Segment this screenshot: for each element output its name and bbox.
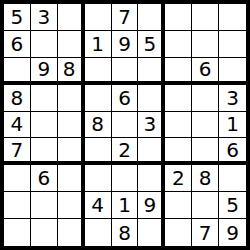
cell-r2c5: 9	[112, 31, 139, 58]
cell-r4c5: 6	[112, 85, 139, 112]
cell-r5c1: 4	[4, 112, 31, 139]
cell-r3c5[interactable]	[112, 58, 139, 85]
cell-r8c9: 5	[219, 192, 246, 219]
cell-r1c1: 5	[4, 4, 31, 31]
cell-r6c8[interactable]	[192, 138, 219, 165]
cell-r8c7[interactable]	[165, 192, 192, 219]
cell-r4c1: 8	[4, 85, 31, 112]
cell-r4c6[interactable]	[138, 85, 165, 112]
cell-r6c1: 7	[4, 138, 31, 165]
cell-r7c5[interactable]	[112, 165, 139, 192]
cell-r6c9: 6	[219, 138, 246, 165]
cell-r6c4[interactable]	[85, 138, 112, 165]
cell-r3c1[interactable]	[4, 58, 31, 85]
cell-r9c9: 9	[219, 219, 246, 246]
cell-r1c9[interactable]	[219, 4, 246, 31]
cell-r5c4: 8	[85, 112, 112, 139]
cell-r3c2: 9	[31, 58, 58, 85]
cell-r8c3[interactable]	[58, 192, 85, 219]
sudoku-board: 537619598686348317266284195879	[0, 0, 250, 250]
cell-r1c6[interactable]	[138, 4, 165, 31]
cell-r7c2: 6	[31, 165, 58, 192]
cell-r9c4[interactable]	[85, 219, 112, 246]
cell-r6c6[interactable]	[138, 138, 165, 165]
cell-r1c7[interactable]	[165, 4, 192, 31]
cell-r2c2[interactable]	[31, 31, 58, 58]
cell-r7c3[interactable]	[58, 165, 85, 192]
cell-r9c6[interactable]	[138, 219, 165, 246]
cell-r9c5: 8	[112, 219, 139, 246]
cell-r1c8[interactable]	[192, 4, 219, 31]
cell-r5c8[interactable]	[192, 112, 219, 139]
cell-r4c7[interactable]	[165, 85, 192, 112]
cell-r2c1: 6	[4, 31, 31, 58]
cell-r2c9[interactable]	[219, 31, 246, 58]
cell-r1c3[interactable]	[58, 4, 85, 31]
cell-r2c3[interactable]	[58, 31, 85, 58]
cell-r1c2: 3	[31, 4, 58, 31]
cell-r8c6: 9	[138, 192, 165, 219]
cell-r5c7[interactable]	[165, 112, 192, 139]
cell-r9c2[interactable]	[31, 219, 58, 246]
cell-r3c7[interactable]	[165, 58, 192, 85]
cell-r4c8[interactable]	[192, 85, 219, 112]
cell-r3c6[interactable]	[138, 58, 165, 85]
cell-r8c4: 4	[85, 192, 112, 219]
cell-r2c8[interactable]	[192, 31, 219, 58]
cell-r6c5: 2	[112, 138, 139, 165]
cell-r7c9[interactable]	[219, 165, 246, 192]
cell-r5c6: 3	[138, 112, 165, 139]
cell-r8c2[interactable]	[31, 192, 58, 219]
cell-r7c7: 2	[165, 165, 192, 192]
cell-r1c5: 7	[112, 4, 139, 31]
cell-r6c3[interactable]	[58, 138, 85, 165]
cell-r5c9: 1	[219, 112, 246, 139]
cell-r9c7[interactable]	[165, 219, 192, 246]
cell-r5c5[interactable]	[112, 112, 139, 139]
cell-r8c8[interactable]	[192, 192, 219, 219]
cell-r5c3[interactable]	[58, 112, 85, 139]
cell-r4c3[interactable]	[58, 85, 85, 112]
cell-r2c6: 5	[138, 31, 165, 58]
cell-r9c1[interactable]	[4, 219, 31, 246]
cell-r5c2[interactable]	[31, 112, 58, 139]
cell-r4c4[interactable]	[85, 85, 112, 112]
cell-r4c9: 3	[219, 85, 246, 112]
cell-r8c5: 1	[112, 192, 139, 219]
cell-r6c7[interactable]	[165, 138, 192, 165]
cell-r3c3: 8	[58, 58, 85, 85]
cell-r7c6[interactable]	[138, 165, 165, 192]
cell-r2c7[interactable]	[165, 31, 192, 58]
cell-r9c3[interactable]	[58, 219, 85, 246]
cell-r3c8: 6	[192, 58, 219, 85]
cell-r4c2[interactable]	[31, 85, 58, 112]
cell-r7c1[interactable]	[4, 165, 31, 192]
cell-r6c2[interactable]	[31, 138, 58, 165]
cell-r8c1[interactable]	[4, 192, 31, 219]
cell-r1c4[interactable]	[85, 4, 112, 31]
cell-r7c8: 8	[192, 165, 219, 192]
cell-r7c4[interactable]	[85, 165, 112, 192]
cell-r3c9[interactable]	[219, 58, 246, 85]
cell-r9c8: 7	[192, 219, 219, 246]
cell-r2c4: 1	[85, 31, 112, 58]
cell-r3c4[interactable]	[85, 58, 112, 85]
